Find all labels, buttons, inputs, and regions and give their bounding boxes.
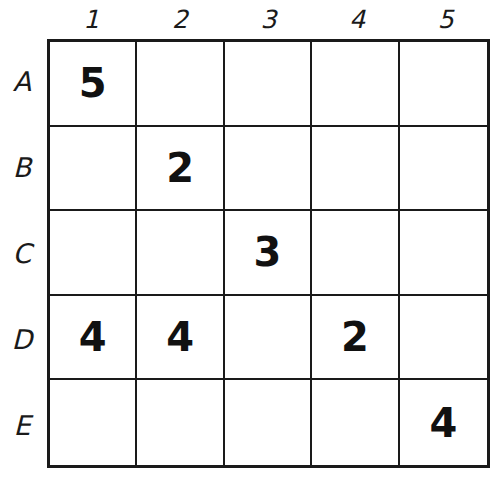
cell-A5[interactable] xyxy=(400,42,487,127)
cell-D5[interactable] xyxy=(400,296,487,381)
cell-C1[interactable] xyxy=(50,211,137,296)
row-label-D: D xyxy=(0,296,44,382)
cell-B4[interactable] xyxy=(312,127,399,212)
row-label-A: A xyxy=(0,39,44,125)
puzzle-grid: 5234424 xyxy=(47,39,490,468)
cell-C2[interactable] xyxy=(137,211,224,296)
column-label-4: 4 xyxy=(313,2,402,36)
cell-C5[interactable] xyxy=(400,211,487,296)
column-label-5: 5 xyxy=(401,2,490,36)
cell-C4[interactable] xyxy=(312,211,399,296)
cell-A4[interactable] xyxy=(312,42,399,127)
row-labels: ABCDE xyxy=(0,39,44,468)
cell-A2[interactable] xyxy=(137,42,224,127)
row-label-B: B xyxy=(0,125,44,211)
cell-E5[interactable]: 4 xyxy=(400,380,487,465)
cell-C3[interactable]: 3 xyxy=(225,211,312,296)
row-label-E: E xyxy=(0,382,44,468)
cell-D2[interactable]: 4 xyxy=(137,296,224,381)
column-label-3: 3 xyxy=(224,2,313,36)
cell-B2[interactable]: 2 xyxy=(137,127,224,212)
row-label-C: C xyxy=(0,211,44,297)
column-labels: 12345 xyxy=(47,2,490,36)
cell-B5[interactable] xyxy=(400,127,487,212)
cell-D4[interactable]: 2 xyxy=(312,296,399,381)
column-label-2: 2 xyxy=(136,2,225,36)
cell-A3[interactable] xyxy=(225,42,312,127)
cell-E3[interactable] xyxy=(225,380,312,465)
cell-A1[interactable]: 5 xyxy=(50,42,137,127)
cell-D1[interactable]: 4 xyxy=(50,296,137,381)
cell-B3[interactable] xyxy=(225,127,312,212)
cell-D3[interactable] xyxy=(225,296,312,381)
cell-E4[interactable] xyxy=(312,380,399,465)
puzzle-page: 12345 ABCDE 5234424 xyxy=(0,0,500,488)
cell-E2[interactable] xyxy=(137,380,224,465)
cell-B1[interactable] xyxy=(50,127,137,212)
column-label-1: 1 xyxy=(47,2,136,36)
cell-E1[interactable] xyxy=(50,380,137,465)
